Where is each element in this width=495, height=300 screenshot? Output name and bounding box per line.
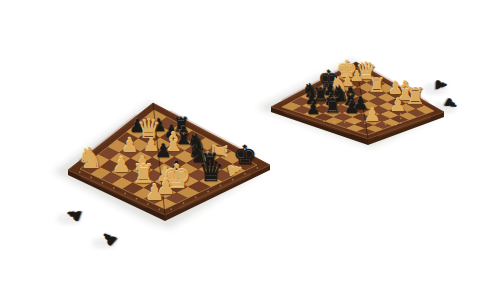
piece-black-rook[interactable]: ♜ [323,96,341,116]
coordinate-mark [136,198,138,200]
coordinate-mark [232,179,234,181]
coordinate-mark [124,193,126,195]
coordinate-mark [395,124,397,126]
coordinate-mark [90,177,92,179]
coordinate-mark [207,191,209,193]
piece-white-pawn[interactable]: ♟ [364,106,381,125]
piece-black-pawn[interactable]: ♟ [306,100,320,116]
coordinate-mark [385,123,387,125]
piece-white-rook[interactable]: ♜ [368,76,386,96]
coordinate-mark [354,122,356,124]
chess-photo-scene: ♜♜♚♟♟♝♞♟♟♛♝♞♜♟♟♛♟♟♟♟♚♟♜♟♞♟♞♚♚♟♜♟♞♟♟♛♟♟♞♜… [0,0,495,300]
coordinate-mark [333,121,335,123]
coordinate-mark [195,196,197,198]
piece-white-knight[interactable]: ♞ [77,144,103,173]
coordinate-mark [158,208,160,210]
coordinate-mark [400,122,402,124]
coordinate-mark [170,208,172,210]
coordinate-mark [400,117,402,119]
coordinate-mark [344,121,346,123]
piece-white-pawn[interactable]: ♟ [112,154,131,175]
piece-white-rook[interactable]: ♜ [405,86,426,109]
piece-white-pawn[interactable]: ♟ [145,180,165,202]
piece-white-pawn[interactable]: ♟ [390,96,407,115]
coordinate-mark [113,187,115,189]
coordinate-mark [183,202,185,204]
piece-black-pawn-floor[interactable]: ♟ [434,78,448,91]
piece-black-pawn[interactable]: ♟ [344,99,360,117]
coordinate-mark [102,182,104,184]
piece-black-queen[interactable]: ♛ [198,158,224,187]
coordinate-mark [323,120,325,122]
